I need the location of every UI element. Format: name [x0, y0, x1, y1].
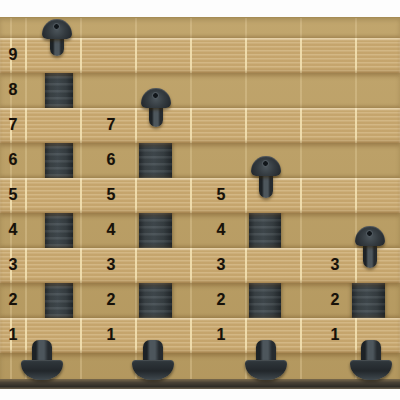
- row-label-c2-7: 7: [101, 116, 121, 134]
- row-label-c1-8: 8: [3, 81, 23, 99]
- strap-size-7: [139, 114, 172, 348]
- row-label-c2-3: 3: [101, 256, 121, 274]
- product-photo: 9 8 7 6 5 4 3 2 1 7 6 5 4 3 2 1 5 4 3 2 …: [0, 0, 400, 400]
- row-label-c1-5: 5: [3, 186, 23, 204]
- webbing-row-7: [0, 108, 400, 143]
- row-label-c3-5: 5: [211, 186, 231, 204]
- row-label-c1-6: 6: [3, 151, 23, 169]
- row-label-c1-9: 9: [3, 46, 23, 64]
- row-label-c2-2: 2: [101, 291, 121, 309]
- row-label-c2-4: 4: [101, 221, 121, 239]
- row-label-c1-1: 1: [3, 326, 23, 344]
- row-label-c4-1: 1: [325, 326, 345, 344]
- row-label-c1-3: 3: [3, 256, 23, 274]
- row-label-c1-7: 7: [3, 116, 23, 134]
- row-label-c3-1: 1: [211, 326, 231, 344]
- clip-hole-icon: [53, 23, 60, 30]
- row-label-c4-3: 3: [325, 256, 345, 274]
- clip-hole-icon: [366, 230, 373, 237]
- row-label-c2-6: 6: [101, 151, 121, 169]
- panel-bottom-edge: [0, 379, 400, 389]
- row-label-c3-2: 2: [211, 291, 231, 309]
- webbing-row-5: [0, 178, 400, 213]
- row-label-c2-1: 1: [101, 326, 121, 344]
- row-label-c1-2: 2: [3, 291, 23, 309]
- row-label-c3-3: 3: [211, 256, 231, 274]
- clip-hole-icon: [262, 160, 269, 167]
- row-label-c2-5: 5: [101, 186, 121, 204]
- clip-hole-icon: [152, 92, 159, 99]
- row-label-c3-4: 4: [211, 221, 231, 239]
- row-label-c4-2: 2: [325, 291, 345, 309]
- row-label-c1-4: 4: [3, 221, 23, 239]
